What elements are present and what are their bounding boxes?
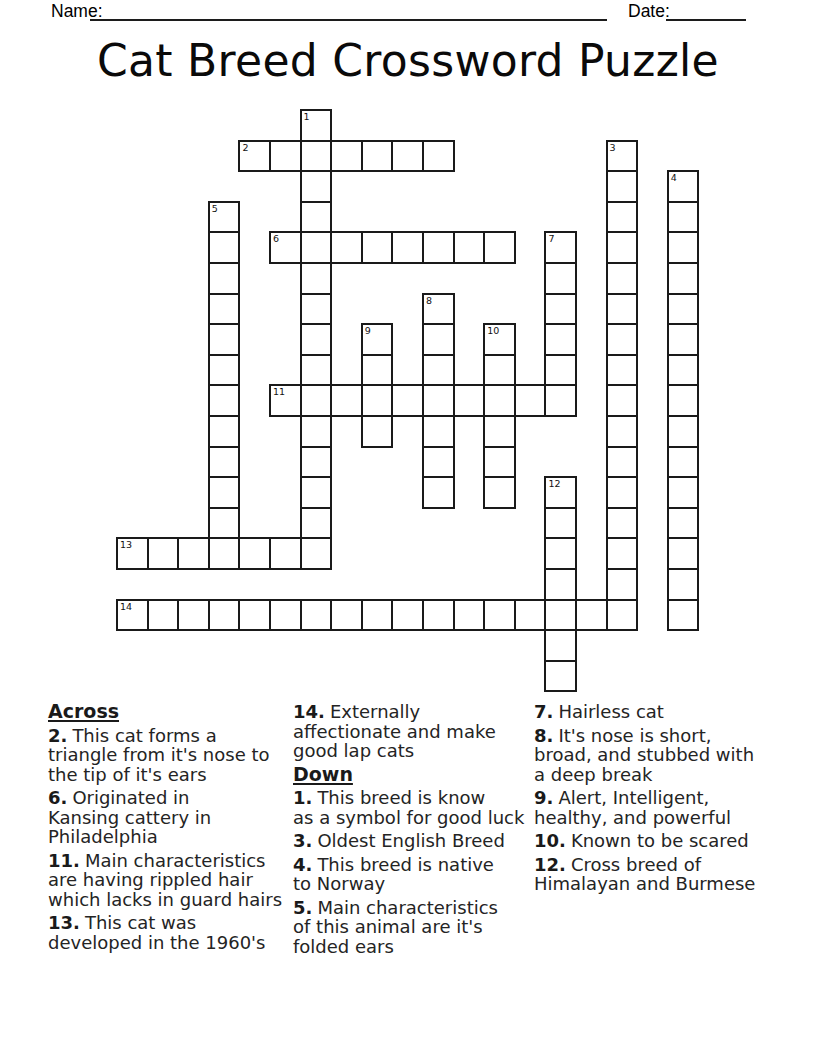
cell-r4c14[interactable]: 7: [544, 231, 577, 264]
cell-r16c1[interactable]: [147, 599, 180, 632]
cell-number-9: 9: [365, 325, 371, 336]
worksheet-page: Name: Date: Cat Breed Crossword Puzzle 1…: [0, 0, 816, 1056]
cell-r16c0[interactable]: 14: [116, 599, 149, 632]
cell-r14c16[interactable]: [606, 537, 639, 570]
cell-r9c6[interactable]: [300, 384, 333, 417]
cell-r7c3[interactable]: [208, 323, 241, 356]
date-label: Date:: [628, 1, 670, 22]
cell-r8c16[interactable]: [606, 354, 639, 387]
cell-r13c6[interactable]: [300, 507, 333, 540]
cell-number-1: 1: [304, 111, 310, 122]
cell-r14c14[interactable]: [544, 537, 577, 570]
clue-number-label: 2.: [48, 725, 67, 746]
cell-number-13: 13: [120, 539, 132, 550]
clue-number-label: 12.: [534, 854, 566, 875]
cell-number-14: 14: [120, 601, 132, 612]
clue-text: It's nose is short, broad, and stubbed w…: [534, 725, 754, 785]
cell-r7c12[interactable]: 10: [483, 323, 516, 356]
cell-r9c11[interactable]: [453, 384, 486, 417]
clue-text: This cat was developed in the 1960's: [48, 912, 265, 953]
cell-r8c6[interactable]: [300, 354, 333, 387]
cell-r16c14[interactable]: [544, 599, 577, 632]
clue-number-label: 3.: [293, 830, 312, 851]
cell-r18c14[interactable]: [544, 660, 577, 693]
clue-text: Main characteristics are having rippled …: [48, 850, 282, 910]
cell-r9c14[interactable]: [544, 384, 577, 417]
clue-number-label: 13.: [48, 912, 80, 933]
cell-r4c8[interactable]: [361, 231, 394, 264]
cell-r1c16[interactable]: 3: [606, 140, 639, 173]
cell-r9c13[interactable]: [514, 384, 547, 417]
cell-number-7: 7: [548, 233, 554, 244]
cell-r12c12[interactable]: [483, 476, 516, 509]
clue-number-label: 7.: [534, 701, 553, 722]
cell-r10c8[interactable]: [361, 415, 394, 448]
clue-5: 5.Main characteristics of this animal ar…: [293, 898, 535, 957]
cell-r2c16[interactable]: [606, 170, 639, 203]
clue-number-label: 1.: [293, 787, 312, 808]
cell-r8c14[interactable]: [544, 354, 577, 387]
cell-r10c12[interactable]: [483, 415, 516, 448]
cell-r16c18[interactable]: [667, 599, 700, 632]
across-header: Across: [48, 702, 290, 722]
cell-r14c6[interactable]: [300, 537, 333, 570]
cell-r9c18[interactable]: [667, 384, 700, 417]
cell-number-4: 4: [671, 172, 677, 183]
cell-r8c18[interactable]: [667, 354, 700, 387]
cell-r12c3[interactable]: [208, 476, 241, 509]
cell-r16c6[interactable]: [300, 599, 333, 632]
cell-r7c18[interactable]: [667, 323, 700, 356]
cell-r13c18[interactable]: [667, 507, 700, 540]
cell-r1c7[interactable]: [330, 140, 363, 173]
clue-text: This breed is know as a symbol for good …: [293, 787, 524, 828]
cell-r15c14[interactable]: [544, 568, 577, 601]
cell-r9c5[interactable]: 11: [269, 384, 302, 417]
clue-6: 6.Originated in Kansing cattery in Phila…: [48, 788, 290, 847]
cell-number-11: 11: [273, 386, 285, 397]
clue-2: 2.This cat forms a triangle from it's no…: [48, 726, 290, 785]
cell-number-6: 6: [273, 233, 279, 244]
clue-8: 8.It's nose is short, broad, and stubbed…: [534, 726, 792, 785]
cell-r4c6[interactable]: [300, 231, 333, 264]
cell-r16c8[interactable]: [361, 599, 394, 632]
page-title: Cat Breed Crossword Puzzle: [0, 39, 816, 83]
cell-r6c6[interactable]: [300, 293, 333, 326]
cell-r16c4[interactable]: [238, 599, 271, 632]
cell-r16c15[interactable]: [575, 599, 608, 632]
cell-r3c16[interactable]: [606, 201, 639, 234]
cell-r10c10[interactable]: [422, 415, 455, 448]
cell-r11c12[interactable]: [483, 446, 516, 479]
cell-r3c6[interactable]: [300, 201, 333, 234]
cell-r16c9[interactable]: [391, 599, 424, 632]
cell-r10c18[interactable]: [667, 415, 700, 448]
cell-r12c18[interactable]: [667, 476, 700, 509]
cell-r12c10[interactable]: [422, 476, 455, 509]
clue-13: 13.This cat was developed in the 1960's: [48, 913, 290, 952]
clue-text: Cross breed of Himalayan and Burmese: [534, 854, 755, 895]
cell-number-12: 12: [548, 478, 560, 489]
cell-r1c10[interactable]: [422, 140, 455, 173]
cell-r1c6[interactable]: [300, 140, 333, 173]
clue-number-label: 6.: [48, 787, 67, 808]
clue-text: Main characteristics of this animal are …: [293, 897, 498, 957]
cell-r4c3[interactable]: [208, 231, 241, 264]
cell-r4c9[interactable]: [391, 231, 424, 264]
cell-r7c8[interactable]: 9: [361, 323, 394, 356]
cell-r1c8[interactable]: [361, 140, 394, 173]
cell-number-2: 2: [242, 142, 248, 153]
cell-r5c3[interactable]: [208, 262, 241, 295]
cell-r7c6[interactable]: [300, 323, 333, 356]
name-fill-line[interactable]: [90, 19, 607, 21]
cell-r9c8[interactable]: [361, 384, 394, 417]
cell-r15c18[interactable]: [667, 568, 700, 601]
cell-r8c3[interactable]: [208, 354, 241, 387]
cell-r7c14[interactable]: [544, 323, 577, 356]
clue-column-3: 7.Hairless cat8.It's nose is short, broa…: [534, 702, 792, 898]
cell-r14c5[interactable]: [269, 537, 302, 570]
cell-r10c6[interactable]: [300, 415, 333, 448]
clue-text: This breed is native to Norway: [293, 854, 494, 895]
cell-r6c10[interactable]: 8: [422, 293, 455, 326]
clue-10: 10.Known to be scared: [534, 831, 792, 851]
cell-r6c3[interactable]: [208, 293, 241, 326]
cell-r7c16[interactable]: [606, 323, 639, 356]
cell-r16c5[interactable]: [269, 599, 302, 632]
cell-r8c12[interactable]: [483, 354, 516, 387]
clue-14: 14.Externally affectionate and make good…: [293, 702, 535, 761]
clue-number-label: 4.: [293, 854, 312, 875]
cell-r17c14[interactable]: [544, 629, 577, 662]
cell-r13c14[interactable]: [544, 507, 577, 540]
cell-r14c2[interactable]: [177, 537, 210, 570]
cell-r11c18[interactable]: [667, 446, 700, 479]
cell-r9c12[interactable]: [483, 384, 516, 417]
cell-r4c5[interactable]: 6: [269, 231, 302, 264]
cell-r16c16[interactable]: [606, 599, 639, 632]
cell-r7c10[interactable]: [422, 323, 455, 356]
cell-r11c6[interactable]: [300, 446, 333, 479]
cell-r16c3[interactable]: [208, 599, 241, 632]
cell-r15c16[interactable]: [606, 568, 639, 601]
clue-number-label: 11.: [48, 850, 80, 871]
cell-r5c6[interactable]: [300, 262, 333, 295]
cell-r16c2[interactable]: [177, 599, 210, 632]
clue-1: 1.This breed is know as a symbol for goo…: [293, 788, 535, 827]
cell-r5c16[interactable]: [606, 262, 639, 295]
clue-column-2: 14.Externally affectionate and make good…: [293, 702, 535, 960]
cell-r14c1[interactable]: [147, 537, 180, 570]
clue-7: 7.Hairless cat: [534, 702, 792, 722]
clue-number-label: 5.: [293, 897, 312, 918]
cell-r12c14[interactable]: 12: [544, 476, 577, 509]
cell-r5c18[interactable]: [667, 262, 700, 295]
clue-text: This cat forms a triangle from it's nose…: [48, 725, 270, 785]
cell-r1c9[interactable]: [391, 140, 424, 173]
cell-r4c16[interactable]: [606, 231, 639, 264]
cell-number-8: 8: [426, 295, 432, 306]
cell-r12c16[interactable]: [606, 476, 639, 509]
clue-11: 11.Main characteristics are having rippl…: [48, 851, 290, 910]
cell-r16c10[interactable]: [422, 599, 455, 632]
cell-r3c3[interactable]: 5: [208, 201, 241, 234]
cell-r4c7[interactable]: [330, 231, 363, 264]
cell-r9c9[interactable]: [391, 384, 424, 417]
cell-r2c18[interactable]: 4: [667, 170, 700, 203]
cell-r11c3[interactable]: [208, 446, 241, 479]
cell-r14c18[interactable]: [667, 537, 700, 570]
cell-r11c10[interactable]: [422, 446, 455, 479]
cell-number-5: 5: [212, 203, 218, 214]
clue-number-label: 8.: [534, 725, 553, 746]
cell-r12c6[interactable]: [300, 476, 333, 509]
cell-r9c16[interactable]: [606, 384, 639, 417]
cell-r1c4[interactable]: 2: [238, 140, 271, 173]
cell-r9c10[interactable]: [422, 384, 455, 417]
clue-number-label: 14.: [293, 701, 325, 722]
cell-r5c14[interactable]: [544, 262, 577, 295]
cell-r6c14[interactable]: [544, 293, 577, 326]
cell-r9c7[interactable]: [330, 384, 363, 417]
cell-r0c6[interactable]: 1: [300, 109, 333, 142]
cell-r4c11[interactable]: [453, 231, 486, 264]
clue-column-1: Across2.This cat forms a triangle from i…: [48, 702, 290, 956]
cell-r10c3[interactable]: [208, 415, 241, 448]
clue-number-label: 9.: [534, 787, 553, 808]
cell-r2c6[interactable]: [300, 170, 333, 203]
clue-text: Oldest English Breed: [317, 830, 504, 851]
cell-r8c8[interactable]: [361, 354, 394, 387]
cell-r6c16[interactable]: [606, 293, 639, 326]
cell-r10c16[interactable]: [606, 415, 639, 448]
cell-r9c3[interactable]: [208, 384, 241, 417]
crossword-grid: 1234567891011121314: [117, 110, 701, 694]
clue-text: Originated in Kansing cattery in Philade…: [48, 787, 211, 847]
down-header: Down: [293, 765, 535, 785]
cell-r3c18[interactable]: [667, 201, 700, 234]
cell-r4c10[interactable]: [422, 231, 455, 264]
cell-r14c0[interactable]: 13: [116, 537, 149, 570]
cell-r1c5[interactable]: [269, 140, 302, 173]
cell-r14c3[interactable]: [208, 537, 241, 570]
cell-r6c18[interactable]: [667, 293, 700, 326]
cell-number-10: 10: [487, 325, 499, 336]
clue-text: Hairless cat: [558, 701, 664, 722]
clue-9: 9.Alert, Intelligent, healthy, and power…: [534, 788, 792, 827]
cell-r13c3[interactable]: [208, 507, 241, 540]
date-fill-line[interactable]: [666, 19, 746, 21]
clue-text: Alert, Intelligent, healthy, and powerfu…: [534, 787, 731, 828]
cell-r4c18[interactable]: [667, 231, 700, 264]
cell-r8c10[interactable]: [422, 354, 455, 387]
cell-r16c12[interactable]: [483, 599, 516, 632]
cell-r16c11[interactable]: [453, 599, 486, 632]
cell-r4c12[interactable]: [483, 231, 516, 264]
clue-12: 12.Cross breed of Himalayan and Burmese: [534, 855, 792, 894]
cell-r16c7[interactable]: [330, 599, 363, 632]
cell-number-3: 3: [610, 142, 616, 153]
clue-4: 4.This breed is native to Norway: [293, 855, 535, 894]
clue-3: 3.Oldest English Breed: [293, 831, 535, 851]
clue-number-label: 10.: [534, 830, 566, 851]
cell-r11c16[interactable]: [606, 446, 639, 479]
cell-r16c13[interactable]: [514, 599, 547, 632]
cell-r13c16[interactable]: [606, 507, 639, 540]
cell-r14c4[interactable]: [238, 537, 271, 570]
clue-text: Known to be scared: [571, 830, 749, 851]
